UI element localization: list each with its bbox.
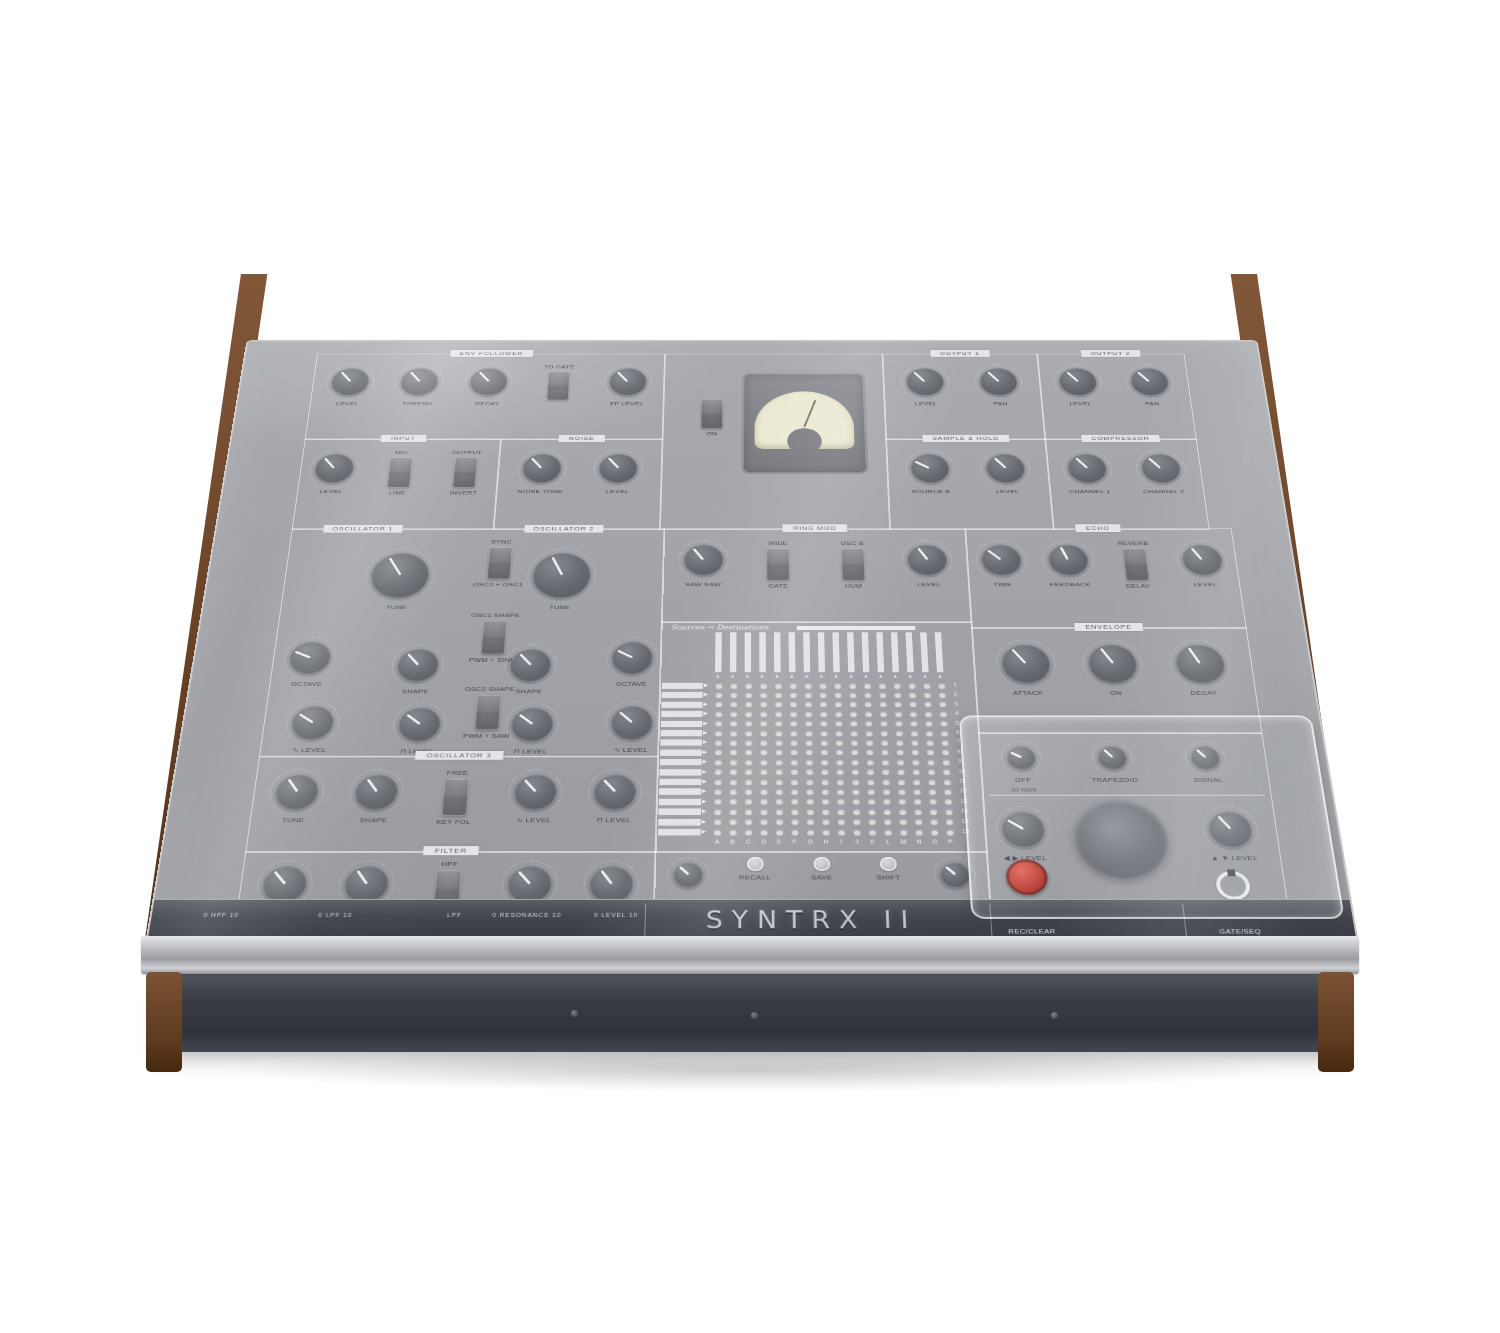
matrix-pin-hole[interactable] bbox=[760, 693, 767, 698]
ef-level-knob[interactable] bbox=[603, 364, 652, 399]
matrix-pin-hole[interactable] bbox=[915, 819, 922, 825]
matrix-pin-hole[interactable] bbox=[760, 829, 767, 835]
matrix-pin-hole[interactable] bbox=[883, 809, 890, 815]
matrix-pin-hole[interactable] bbox=[931, 829, 938, 835]
matrix-pin-hole[interactable] bbox=[851, 760, 858, 766]
matrix-pin-hole[interactable] bbox=[730, 721, 737, 726]
level-knob[interactable] bbox=[391, 702, 448, 745]
matrix-pin-hole[interactable] bbox=[791, 799, 798, 805]
matrix-pin-hole[interactable] bbox=[730, 769, 737, 775]
matrix-pin-hole[interactable] bbox=[791, 809, 798, 815]
matrix-pin-hole[interactable] bbox=[909, 693, 916, 698]
attack-knob[interactable] bbox=[994, 640, 1057, 688]
level-knob[interactable] bbox=[1200, 806, 1261, 852]
matrix-pin-hole[interactable] bbox=[852, 779, 859, 785]
shape-knob[interactable] bbox=[347, 769, 406, 814]
matrix-pin-hole[interactable] bbox=[790, 750, 797, 755]
matrix-pin-hole[interactable] bbox=[939, 693, 946, 698]
matrix-pin-hole[interactable] bbox=[714, 819, 721, 825]
matrix-pin-hole[interactable] bbox=[866, 750, 873, 755]
matrix-pin-hole[interactable] bbox=[894, 702, 901, 707]
matrix-pin-hole[interactable] bbox=[866, 760, 873, 766]
matrix-pin-hole[interactable] bbox=[730, 750, 737, 755]
matrix-pin-hole[interactable] bbox=[849, 683, 856, 688]
signal-knob[interactable] bbox=[1183, 741, 1227, 774]
matrix-pin-hole[interactable] bbox=[745, 683, 752, 688]
matrix-pin-hole[interactable] bbox=[791, 769, 798, 775]
matrix-pin-hole[interactable] bbox=[790, 721, 797, 726]
matrix-pin-hole[interactable] bbox=[834, 693, 841, 698]
matrix-pin-hole[interactable] bbox=[850, 711, 857, 716]
matrix-pin-hole[interactable] bbox=[880, 721, 887, 726]
matrix-pin-hole[interactable] bbox=[822, 809, 829, 815]
matrix-pin-hole[interactable] bbox=[820, 731, 827, 736]
level-knob[interactable] bbox=[605, 701, 659, 744]
matrix-pin-hole[interactable] bbox=[913, 789, 920, 795]
matrix-pin-hole[interactable] bbox=[895, 711, 902, 716]
matrix-pin-hole[interactable] bbox=[760, 769, 767, 775]
decay-knob[interactable] bbox=[464, 364, 514, 399]
matrix-pin-hole[interactable] bbox=[821, 769, 828, 775]
off-knob[interactable] bbox=[1000, 741, 1042, 774]
matrix-pin-hole[interactable] bbox=[805, 740, 812, 745]
level-knob[interactable] bbox=[307, 450, 361, 487]
matrix-pin-hole[interactable] bbox=[714, 779, 721, 785]
matrix-pin-hole[interactable] bbox=[911, 750, 918, 755]
matrix-pin-hole[interactable] bbox=[924, 702, 931, 707]
matrix-pin-hole[interactable] bbox=[897, 769, 904, 775]
matrix-pin-hole[interactable] bbox=[775, 711, 782, 716]
matrix-pin-hole[interactable] bbox=[835, 702, 842, 707]
matrix-pin-hole[interactable] bbox=[714, 760, 721, 766]
matrix-pin-hole[interactable] bbox=[745, 740, 752, 745]
matrix-pin-hole[interactable] bbox=[760, 819, 767, 825]
level-knob[interactable] bbox=[324, 364, 376, 399]
matrix-pin-hole[interactable] bbox=[880, 711, 887, 716]
matrix-pin-hole[interactable] bbox=[899, 819, 906, 825]
matrix-pin-hole[interactable] bbox=[852, 789, 859, 795]
shape-knob[interactable] bbox=[390, 644, 446, 686]
matrix-pin-hole[interactable] bbox=[908, 683, 915, 688]
osc-b-switch[interactable] bbox=[841, 548, 865, 580]
control-knob[interactable] bbox=[934, 857, 977, 892]
matrix-pin-hole[interactable] bbox=[806, 809, 813, 815]
matrix-pin-hole[interactable] bbox=[910, 721, 917, 726]
matrix-pin-hole[interactable] bbox=[745, 693, 752, 698]
time-knob[interactable] bbox=[974, 540, 1027, 579]
matrix-pin-hole[interactable] bbox=[912, 760, 919, 766]
matrix-pin-hole[interactable] bbox=[760, 721, 767, 726]
matrix-pin-hole[interactable] bbox=[805, 711, 812, 716]
level-knob[interactable] bbox=[587, 769, 642, 814]
matrix-pin-hole[interactable] bbox=[928, 769, 935, 775]
recall-button[interactable] bbox=[747, 857, 764, 871]
matrix-pin-hole[interactable] bbox=[879, 693, 886, 698]
matrix-pin-hole[interactable] bbox=[775, 693, 782, 698]
matrix-pin-hole[interactable] bbox=[790, 740, 797, 745]
matrix-pin-hole[interactable] bbox=[896, 750, 903, 755]
shift-button[interactable] bbox=[879, 857, 896, 871]
matrix-pin-hole[interactable] bbox=[853, 819, 860, 825]
matrix-pin-hole[interactable] bbox=[940, 711, 947, 716]
matrix-pin-hole[interactable] bbox=[775, 721, 782, 726]
matrix-pin-hole[interactable] bbox=[867, 789, 874, 795]
matrix-pin-hole[interactable] bbox=[913, 779, 920, 785]
matrix-pin-hole[interactable] bbox=[849, 702, 856, 707]
matrix-pin-hole[interactable] bbox=[745, 819, 752, 825]
matrix-pin-hole[interactable] bbox=[806, 799, 813, 805]
matrix-pin-hole[interactable] bbox=[942, 750, 949, 755]
matrix-pin-hole[interactable] bbox=[929, 799, 936, 805]
matrix-pin-hole[interactable] bbox=[760, 740, 767, 745]
matrix-pin-hole[interactable] bbox=[836, 779, 843, 785]
noise-tone-knob[interactable] bbox=[516, 450, 567, 487]
matrix-pin-hole[interactable] bbox=[946, 819, 953, 825]
matrix-pin-hole[interactable] bbox=[775, 769, 782, 775]
matrix-pin-hole[interactable] bbox=[760, 760, 767, 766]
matrix-pin-hole[interactable] bbox=[729, 829, 736, 835]
matrix-pin-hole[interactable] bbox=[850, 731, 857, 736]
matrix-pin-hole[interactable] bbox=[760, 750, 767, 755]
matrix-pin-hole[interactable] bbox=[837, 819, 844, 825]
matrix-pin-hole[interactable] bbox=[897, 760, 904, 766]
matrix-pin-hole[interactable] bbox=[895, 721, 902, 726]
matrix-pin-hole[interactable] bbox=[805, 721, 812, 726]
matrix-pin-hole[interactable] bbox=[914, 809, 921, 815]
matrix-pin-hole[interactable] bbox=[745, 711, 752, 716]
matrix-pin-hole[interactable] bbox=[822, 819, 829, 825]
trapezoid-knob[interactable] bbox=[1091, 741, 1134, 774]
matrix-pin-hole[interactable] bbox=[805, 750, 812, 755]
matrix-pin-hole[interactable] bbox=[730, 702, 737, 707]
matrix-pin-hole[interactable] bbox=[775, 731, 782, 736]
matrix-pin-hole[interactable] bbox=[715, 731, 722, 736]
matrix-pin-hole[interactable] bbox=[836, 760, 843, 766]
matrix-pin-hole[interactable] bbox=[865, 721, 872, 726]
matrix-pin-hole[interactable] bbox=[938, 683, 945, 688]
matrix-pin-hole[interactable] bbox=[760, 779, 767, 785]
matrix-pin-hole[interactable] bbox=[880, 731, 887, 736]
matrix-pin-hole[interactable] bbox=[804, 683, 811, 688]
matrix-pin-hole[interactable] bbox=[927, 760, 934, 766]
matrix-pin-hole[interactable] bbox=[745, 799, 752, 805]
shape-knob[interactable] bbox=[503, 644, 557, 686]
matrix-pin-hole[interactable] bbox=[806, 760, 813, 766]
matrix-pin-hole[interactable] bbox=[791, 789, 798, 795]
output-switch[interactable] bbox=[453, 457, 478, 487]
matrix-pin-hole[interactable] bbox=[729, 819, 736, 825]
matrix-pin-hole[interactable] bbox=[820, 740, 827, 745]
free-switch[interactable] bbox=[441, 779, 469, 816]
level-knob[interactable] bbox=[900, 364, 949, 399]
matrix-pin-hole[interactable] bbox=[714, 799, 721, 805]
matrix-pin-hole[interactable] bbox=[944, 799, 951, 805]
matrix-pin-hole[interactable] bbox=[807, 819, 814, 825]
matrix-pin-hole[interactable] bbox=[790, 760, 797, 766]
matrix-pin-hole[interactable] bbox=[853, 809, 860, 815]
on-switch[interactable] bbox=[701, 400, 724, 429]
control-knob[interactable] bbox=[667, 857, 709, 892]
matrix-pin-hole[interactable] bbox=[882, 760, 889, 766]
level-knob[interactable] bbox=[902, 540, 954, 579]
matrix-pin-hole[interactable] bbox=[926, 740, 933, 745]
matrix-pin-hole[interactable] bbox=[942, 760, 949, 766]
matrix-pin-hole[interactable] bbox=[945, 809, 952, 815]
matrix-pin-hole[interactable] bbox=[838, 829, 845, 835]
matrix-pin-hole[interactable] bbox=[864, 683, 871, 688]
matrix-pin-hole[interactable] bbox=[775, 760, 782, 766]
matrix-pin-hole[interactable] bbox=[946, 829, 953, 835]
matrix-pin-hole[interactable] bbox=[791, 819, 798, 825]
matrix-pin-hole[interactable] bbox=[729, 809, 736, 815]
matrix-pin-hole[interactable] bbox=[914, 799, 921, 805]
matrix-pin-hole[interactable] bbox=[730, 711, 737, 716]
matrix-pin-hole[interactable] bbox=[745, 809, 752, 815]
matrix-pin-hole[interactable] bbox=[927, 750, 934, 755]
matrix-pin-hole[interactable] bbox=[851, 750, 858, 755]
matrix-pin-hole[interactable] bbox=[944, 789, 951, 795]
matrix-pin-hole[interactable] bbox=[819, 683, 826, 688]
wide-switch[interactable] bbox=[766, 548, 790, 580]
matrix-pin-hole[interactable] bbox=[791, 829, 798, 835]
matrix-pin-hole[interactable] bbox=[745, 760, 752, 766]
matrix-pin-hole[interactable] bbox=[883, 789, 890, 795]
matrix-pin-hole[interactable] bbox=[930, 809, 937, 815]
matrix-pin-hole[interactable] bbox=[867, 769, 874, 775]
matrix-pin-hole[interactable] bbox=[745, 769, 752, 775]
matrix-pin-hole[interactable] bbox=[898, 799, 905, 805]
saw-saw-knob[interactable] bbox=[678, 540, 729, 579]
matrix-pin-hole[interactable] bbox=[790, 711, 797, 716]
matrix-pin-hole[interactable] bbox=[899, 809, 906, 815]
level-knob[interactable] bbox=[504, 702, 559, 745]
matrix-pin-hole[interactable] bbox=[776, 829, 783, 835]
matrix-pin-hole[interactable] bbox=[865, 731, 872, 736]
tune-knob[interactable] bbox=[267, 769, 327, 814]
matrix-pin-hole[interactable] bbox=[775, 789, 782, 795]
matrix-pin-hole[interactable] bbox=[775, 779, 782, 785]
matrix-pin-hole[interactable] bbox=[884, 819, 891, 825]
matrix-pin-hole[interactable] bbox=[881, 750, 888, 755]
matrix-pin-hole[interactable] bbox=[912, 769, 919, 775]
matrix-pin-hole[interactable] bbox=[851, 769, 858, 775]
matrix-pin-hole[interactable] bbox=[894, 693, 901, 698]
matrix-pin-hole[interactable] bbox=[867, 779, 874, 785]
matrix-pin-hole[interactable] bbox=[745, 721, 752, 726]
source-b-knob[interactable] bbox=[904, 450, 955, 487]
matrix-pin-hole[interactable] bbox=[729, 789, 736, 795]
matrix-pin-hole[interactable] bbox=[850, 721, 857, 726]
matrix-pin-hole[interactable] bbox=[806, 769, 813, 775]
matrix-pin-hole[interactable] bbox=[715, 750, 722, 755]
joystick-dome[interactable] bbox=[1071, 800, 1173, 879]
level-knob[interactable] bbox=[1053, 364, 1104, 399]
matrix-pin-hole[interactable] bbox=[819, 693, 826, 698]
matrix-pin-hole[interactable] bbox=[806, 789, 813, 795]
matrix-pin-hole[interactable] bbox=[745, 702, 752, 707]
matrix-pin-hole[interactable] bbox=[909, 702, 916, 707]
matrix-pin-hole[interactable] bbox=[714, 829, 721, 835]
matrix-pin-hole[interactable] bbox=[929, 789, 936, 795]
matrix-pin-hole[interactable] bbox=[837, 809, 844, 815]
matrix-pin-hole[interactable] bbox=[745, 789, 752, 795]
matrix-pin-hole[interactable] bbox=[924, 693, 931, 698]
matrix-pin-hole[interactable] bbox=[868, 809, 875, 815]
matrix-pin-hole[interactable] bbox=[729, 799, 736, 805]
matrix-pin-hole[interactable] bbox=[790, 683, 797, 688]
pan-knob[interactable] bbox=[1124, 364, 1176, 399]
matrix-pin-hole[interactable] bbox=[911, 740, 918, 745]
matrix-pin-hole[interactable] bbox=[730, 760, 737, 766]
matrix-pin-hole[interactable] bbox=[745, 779, 752, 785]
matrix-pin-hole[interactable] bbox=[730, 740, 737, 745]
matrix-pin-hole[interactable] bbox=[791, 779, 798, 785]
matrix-pin-hole[interactable] bbox=[928, 779, 935, 785]
matrix-pin-hole[interactable] bbox=[714, 789, 721, 795]
thresh-knob[interactable] bbox=[394, 364, 445, 399]
matrix-pin-hole[interactable] bbox=[853, 829, 860, 835]
matrix-pin-hole[interactable] bbox=[714, 809, 721, 815]
matrix-pin-hole[interactable] bbox=[745, 829, 752, 835]
matrix-pin-hole[interactable] bbox=[805, 693, 812, 698]
matrix-pin-hole[interactable] bbox=[943, 769, 950, 775]
octave-knob[interactable] bbox=[281, 637, 338, 679]
matrix-pin-hole[interactable] bbox=[775, 750, 782, 755]
matrix-pin-hole[interactable] bbox=[776, 799, 783, 805]
matrix-pin-hole[interactable] bbox=[806, 779, 813, 785]
matrix-pin-hole[interactable] bbox=[868, 799, 875, 805]
matrix-pin-hole[interactable] bbox=[866, 740, 873, 745]
matrix-pin-hole[interactable] bbox=[926, 731, 933, 736]
on-knob[interactable] bbox=[1081, 640, 1145, 688]
matrix-pin-hole[interactable] bbox=[898, 779, 905, 785]
matrix-pin-hole[interactable] bbox=[760, 731, 767, 736]
matrix-pin-hole[interactable] bbox=[760, 702, 767, 707]
matrix-pin-hole[interactable] bbox=[745, 750, 752, 755]
level-knob[interactable] bbox=[980, 450, 1032, 487]
matrix-pin-hole[interactable] bbox=[821, 779, 828, 785]
matrix-pin-hole[interactable] bbox=[941, 740, 948, 745]
matrix-pin-hole[interactable] bbox=[730, 731, 737, 736]
matrix-pin-hole[interactable] bbox=[869, 829, 876, 835]
matrix-pin-hole[interactable] bbox=[790, 702, 797, 707]
matrix-pin-hole[interactable] bbox=[884, 829, 891, 835]
matrix-pin-hole[interactable] bbox=[851, 740, 858, 745]
matrix-pin-hole[interactable] bbox=[745, 731, 752, 736]
octave-knob[interactable] bbox=[606, 637, 659, 679]
mic-switch[interactable] bbox=[386, 457, 412, 487]
matrix-pin-hole[interactable] bbox=[715, 740, 722, 745]
reverb-switch[interactable] bbox=[1122, 548, 1149, 580]
matrix-pin-hole[interactable] bbox=[852, 799, 859, 805]
matrix-pin-hole[interactable] bbox=[760, 683, 767, 688]
matrix-pin-hole[interactable] bbox=[821, 789, 828, 795]
matrix-pin-hole[interactable] bbox=[911, 731, 918, 736]
matrix-pin-hole[interactable] bbox=[715, 721, 722, 726]
matrix-pin-hole[interactable] bbox=[805, 702, 812, 707]
matrix-pin-hole[interactable] bbox=[790, 731, 797, 736]
matrix-pin-hole[interactable] bbox=[776, 819, 783, 825]
matrix-pin-hole[interactable] bbox=[939, 702, 946, 707]
matrix-pin-hole[interactable] bbox=[820, 721, 827, 726]
matrix-pin-hole[interactable] bbox=[882, 769, 889, 775]
matrix-pin-hole[interactable] bbox=[865, 711, 872, 716]
matrix-pin-hole[interactable] bbox=[730, 779, 737, 785]
matrix-pin-hole[interactable] bbox=[837, 799, 844, 805]
pan-knob[interactable] bbox=[974, 364, 1024, 399]
matrix-pin-hole[interactable] bbox=[835, 731, 842, 736]
matrix-pin-hole[interactable] bbox=[941, 731, 948, 736]
matrix-pin-hole[interactable] bbox=[834, 683, 841, 688]
matrix-pin-hole[interactable] bbox=[925, 711, 932, 716]
matrix-pin-hole[interactable] bbox=[837, 789, 844, 795]
matrix-pin-hole[interactable] bbox=[836, 769, 843, 775]
matrix-pin-hole[interactable] bbox=[730, 683, 737, 688]
matrix-pin-hole[interactable] bbox=[715, 693, 722, 698]
channel-2-knob[interactable] bbox=[1134, 450, 1187, 487]
matrix-pin-hole[interactable] bbox=[836, 740, 843, 745]
level-knob[interactable] bbox=[994, 806, 1052, 852]
matrix-pin-hole[interactable] bbox=[923, 683, 930, 688]
matrix-pin-hole[interactable] bbox=[760, 809, 767, 815]
matrix-pin-hole[interactable] bbox=[898, 789, 905, 795]
matrix-pin-hole[interactable] bbox=[775, 702, 782, 707]
matrix-pin-hole[interactable] bbox=[910, 711, 917, 716]
matrix-pin-hole[interactable] bbox=[822, 799, 829, 805]
matrix-pin-hole[interactable] bbox=[790, 693, 797, 698]
channel-1-knob[interactable] bbox=[1061, 450, 1114, 487]
matrix-pin-hole[interactable] bbox=[714, 769, 721, 775]
matrix-pin-hole[interactable] bbox=[943, 779, 950, 785]
matrix-pin-hole[interactable] bbox=[883, 799, 890, 805]
matrix-pin-hole[interactable] bbox=[925, 721, 932, 726]
matrix-pin-hole[interactable] bbox=[881, 740, 888, 745]
matrix-pin-hole[interactable] bbox=[820, 702, 827, 707]
matrix-pin-hole[interactable] bbox=[775, 740, 782, 745]
to-gate-switch[interactable] bbox=[546, 372, 570, 401]
level-knob[interactable] bbox=[1174, 540, 1229, 579]
matrix-pin-hole[interactable] bbox=[864, 702, 871, 707]
matrix-pin-hole[interactable] bbox=[835, 721, 842, 726]
matrix-pin-hole[interactable] bbox=[868, 819, 875, 825]
matrix-pin-hole[interactable] bbox=[895, 731, 902, 736]
matrix-pin-hole[interactable] bbox=[807, 829, 814, 835]
matrix-pin-hole[interactable] bbox=[836, 750, 843, 755]
tune-knob[interactable] bbox=[526, 548, 597, 602]
matrix-pin-hole[interactable] bbox=[882, 779, 889, 785]
matrix-pin-hole[interactable] bbox=[715, 702, 722, 707]
matrix-pin-hole[interactable] bbox=[893, 683, 900, 688]
matrix-pin-hole[interactable] bbox=[915, 829, 922, 835]
matrix-pin-hole[interactable] bbox=[864, 693, 871, 698]
matrix-pin-hole[interactable] bbox=[821, 750, 828, 755]
matrix-pin-hole[interactable] bbox=[775, 683, 782, 688]
level-knob[interactable] bbox=[593, 450, 643, 487]
matrix-pin-hole[interactable] bbox=[879, 702, 886, 707]
matrix-pin-hole[interactable] bbox=[805, 731, 812, 736]
save-button[interactable] bbox=[813, 857, 830, 871]
matrix-pin-hole[interactable] bbox=[715, 711, 722, 716]
sync-switch[interactable] bbox=[487, 547, 513, 579]
matrix-pin-hole[interactable] bbox=[821, 760, 828, 766]
tune-knob[interactable] bbox=[363, 548, 437, 602]
matrix-pin-hole[interactable] bbox=[760, 799, 767, 805]
matrix-pin-hole[interactable] bbox=[820, 711, 827, 716]
matrix-pin-hole[interactable] bbox=[776, 809, 783, 815]
matrix-pin-hole[interactable] bbox=[730, 693, 737, 698]
matrix-pin-hole[interactable] bbox=[940, 721, 947, 726]
matrix-pin-hole[interactable] bbox=[715, 683, 722, 688]
